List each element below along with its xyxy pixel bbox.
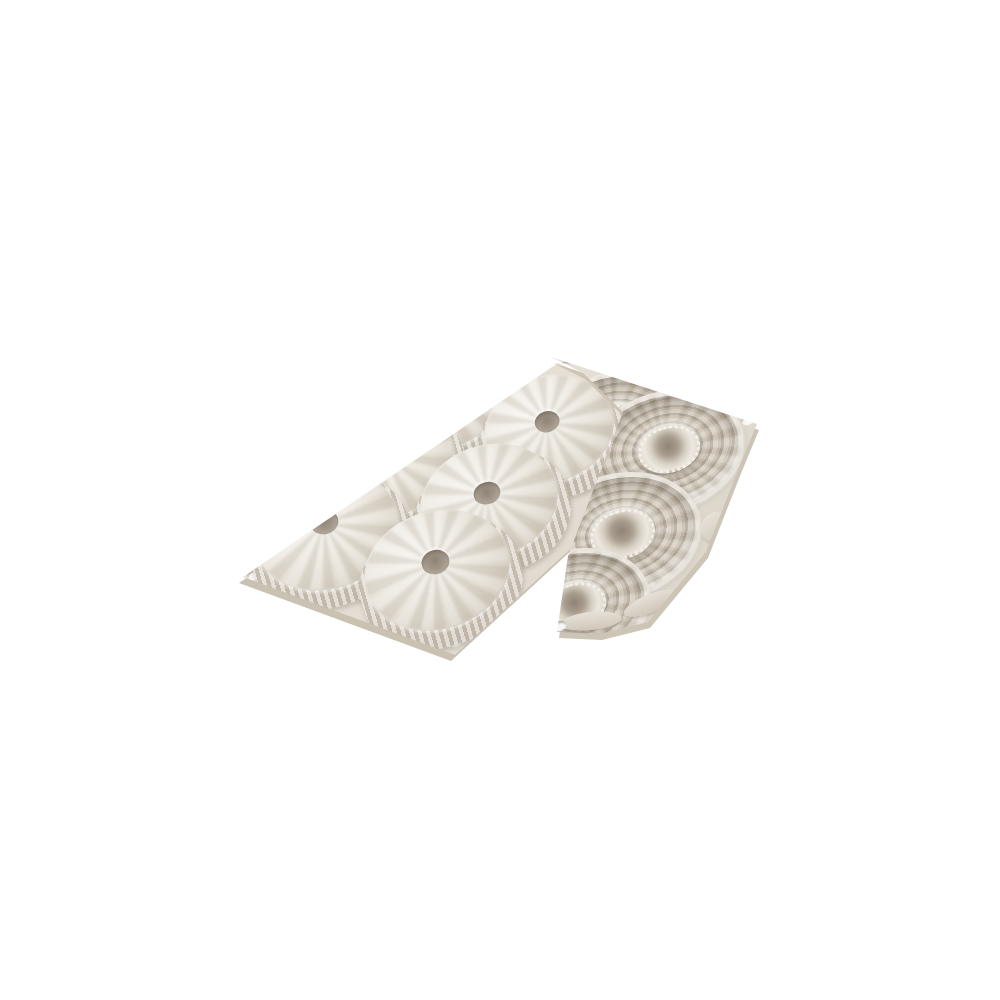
dome-body xyxy=(301,386,469,536)
dome-center-dimple xyxy=(471,479,503,509)
dome-center-dimple xyxy=(532,408,562,436)
back-tray-corner-hole xyxy=(552,619,567,632)
cavity-chimney xyxy=(584,502,661,568)
dome-center-dimple xyxy=(367,439,399,469)
dome-center-dimple xyxy=(418,546,452,577)
product-photo-stage xyxy=(0,0,1000,1000)
tray-side-scallop xyxy=(621,584,682,622)
dome-center-dimple xyxy=(423,375,453,403)
front-tray-corner-hole xyxy=(448,635,463,648)
dome-fluted-base xyxy=(343,496,539,668)
swirl-dome xyxy=(361,325,519,467)
dome-body xyxy=(348,491,525,649)
dome-fluted-base xyxy=(296,391,482,555)
cavity-chimney xyxy=(632,418,706,481)
swirl-dome xyxy=(301,386,469,536)
swirl-dome xyxy=(348,491,525,649)
dome-fluted-base xyxy=(232,456,428,628)
dome-center-dimple xyxy=(307,506,341,537)
cavity-chimney xyxy=(539,575,612,636)
dome-body xyxy=(361,325,519,467)
dome-fluted-base xyxy=(356,330,533,486)
dome-fluted-base xyxy=(400,431,586,595)
back-tray-corner-hole xyxy=(740,413,755,426)
tray-side-scallop xyxy=(559,609,623,633)
swirl-dome xyxy=(405,426,573,576)
dome-body xyxy=(405,426,573,576)
front-tray xyxy=(0,0,1000,1000)
